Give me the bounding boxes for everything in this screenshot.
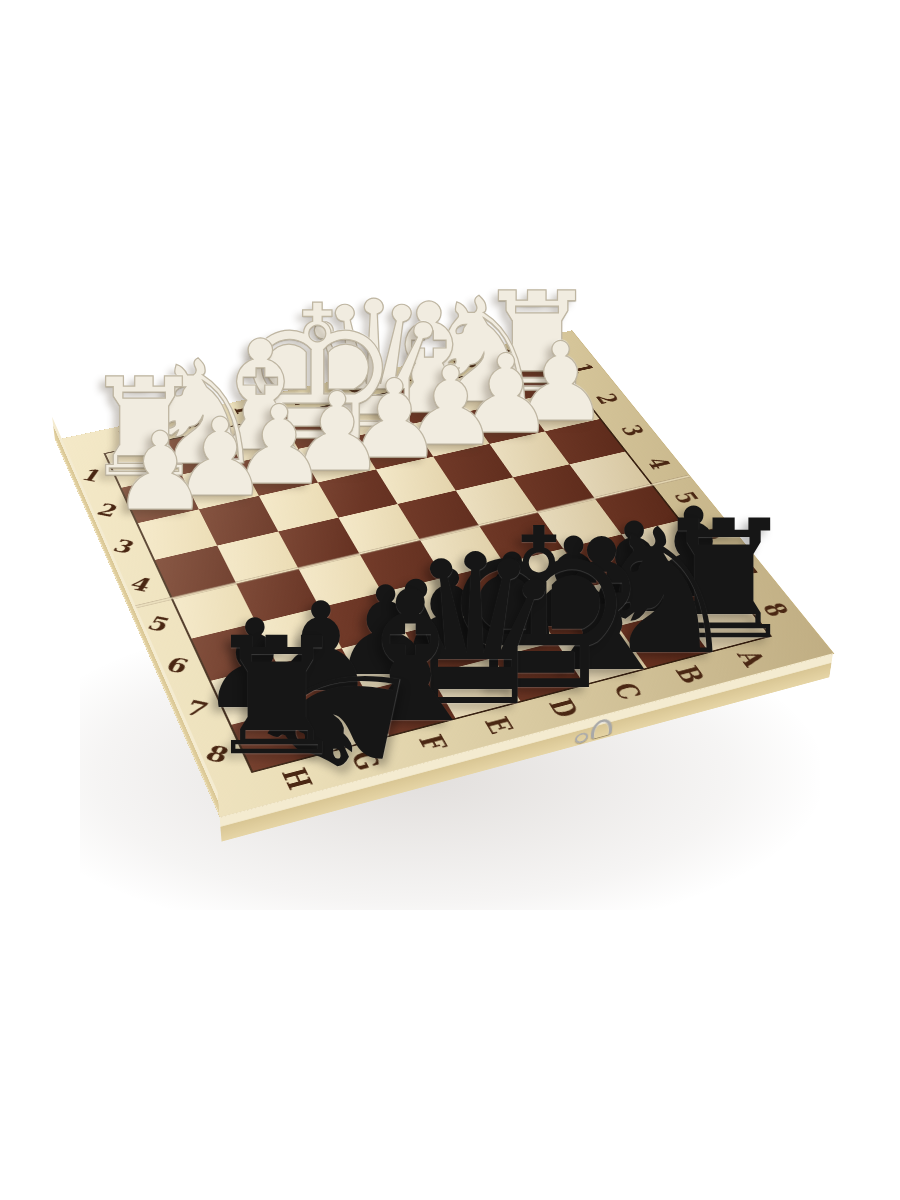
board-square-h7 xyxy=(211,664,299,724)
rank-label-right-6: 6 xyxy=(697,525,730,542)
board-square-e8 xyxy=(430,658,521,718)
rank-label-left-7: 7 xyxy=(182,697,212,720)
board-square-g8 xyxy=(299,691,389,753)
rank-label-right-1: 1 xyxy=(568,362,597,376)
board-square-b8 xyxy=(618,611,709,668)
file-label-top-G: G xyxy=(172,415,202,432)
board-square-e7 xyxy=(405,617,493,674)
product-photo-scene: 11HH22GG33FF44EE55DD66CC77BB88AA ♜♞♝♚♛♝♞… xyxy=(0,0,900,1200)
rank-label-left-5: 5 xyxy=(144,613,173,634)
rank-label-left-3: 3 xyxy=(110,537,138,556)
rank-label-right-8: 8 xyxy=(757,601,791,619)
file-label-bottom-D: D xyxy=(544,697,582,720)
board-square-e6 xyxy=(382,578,468,633)
rank-label-left-6: 6 xyxy=(163,654,193,676)
file-label-bottom-F: F xyxy=(414,732,450,753)
board-square-g5 xyxy=(236,569,319,623)
board-square-d8 xyxy=(494,642,585,701)
latch-ring xyxy=(575,731,589,744)
file-label-bottom-G: G xyxy=(346,749,384,773)
board-square-g7 xyxy=(277,648,365,707)
board-square-f8 xyxy=(365,674,455,735)
board-square-e5 xyxy=(360,540,444,592)
board-square-h8 xyxy=(232,708,322,771)
board-square-f7 xyxy=(342,632,430,690)
rank-label-right-4: 4 xyxy=(642,456,673,471)
rank-label-right-2: 2 xyxy=(592,392,622,406)
board-square-a7 xyxy=(649,557,737,611)
board-square-c7 xyxy=(529,587,617,642)
board-square-h4 xyxy=(155,546,236,599)
file-label-top-A: A xyxy=(503,346,532,360)
board-square-g6 xyxy=(256,608,342,665)
board-square-b7 xyxy=(590,572,678,626)
board-square-h6 xyxy=(192,623,277,681)
rank-label-left-4: 4 xyxy=(127,574,156,594)
board-square-c8 xyxy=(556,626,647,684)
board-square-f6 xyxy=(320,592,406,648)
file-label-bottom-C: C xyxy=(608,681,645,703)
file-label-bottom-H: H xyxy=(277,766,315,793)
file-label-top-E: E xyxy=(286,392,316,407)
board-square-f5 xyxy=(299,554,383,607)
file-label-top-F: F xyxy=(230,404,259,419)
rank-label-right-3: 3 xyxy=(616,423,646,438)
board-square-d6 xyxy=(443,563,529,617)
file-label-top-D: D xyxy=(341,379,371,395)
file-label-bottom-B: B xyxy=(670,664,707,686)
rank-label-right-5: 5 xyxy=(669,490,701,506)
board-square-b6 xyxy=(563,534,649,586)
file-label-top-C: C xyxy=(396,368,426,383)
rank-label-left-2: 2 xyxy=(94,501,122,520)
rank-label-right-7: 7 xyxy=(727,562,760,579)
board-square-c6 xyxy=(504,549,590,602)
rank-label-left-1: 1 xyxy=(78,466,105,484)
latch-hook-loop xyxy=(591,717,613,740)
board-square-d7 xyxy=(468,602,556,658)
file-label-bottom-E: E xyxy=(480,715,516,737)
board-square-h5 xyxy=(173,583,256,638)
file-label-top-B: B xyxy=(449,357,479,372)
board-square-a8 xyxy=(678,596,769,652)
file-label-top-H: H xyxy=(114,427,145,445)
file-label-bottom-A: A xyxy=(732,648,768,669)
rank-label-left-8: 8 xyxy=(202,742,233,766)
